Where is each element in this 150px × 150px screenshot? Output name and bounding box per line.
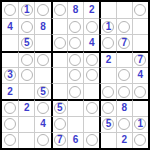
cell-r3c6[interactable]: 4 <box>83 34 99 50</box>
cell-r3c2[interactable]: 5 <box>18 34 34 50</box>
odd-circle: 3 <box>4 69 16 81</box>
odd-circle <box>134 86 146 98</box>
odd-circle <box>118 86 130 98</box>
odd-circle <box>69 69 81 81</box>
cell-r5c8[interactable] <box>116 67 132 83</box>
cell-r7c8[interactable]: 8 <box>116 99 132 115</box>
odd-circle: 5 <box>102 118 114 130</box>
given-digit: 2 <box>89 5 95 15</box>
cell-r3c7[interactable] <box>99 34 115 50</box>
cell-r7c6[interactable] <box>83 99 99 115</box>
cell-r5c2[interactable] <box>18 67 34 83</box>
cell-r7c4[interactable]: 5 <box>51 99 67 115</box>
cell-r7c2[interactable]: 2 <box>18 99 34 115</box>
odd-circle <box>4 102 16 114</box>
cell-r6c7[interactable] <box>99 83 115 99</box>
odd-circle: 5 <box>54 102 66 114</box>
odd-circle <box>134 134 146 146</box>
given-digit: 8 <box>121 103 127 113</box>
given-digit: 4 <box>7 22 13 32</box>
cell-r8c5[interactable] <box>67 116 83 132</box>
cell-r5c3[interactable] <box>34 67 50 83</box>
cell-r4c6[interactable] <box>83 51 99 67</box>
cell-r1c6[interactable]: 2 <box>83 2 99 18</box>
odd-circle <box>37 134 49 146</box>
cell-r2c2[interactable] <box>18 18 34 34</box>
cell-r2c3[interactable]: 8 <box>34 18 50 34</box>
odd-circle <box>37 4 49 16</box>
given-digit: 2 <box>106 55 112 65</box>
odd-circle <box>102 37 114 49</box>
given-digit: 8 <box>73 5 79 15</box>
odd-circle <box>21 69 33 81</box>
cell-r1c8[interactable] <box>116 2 132 18</box>
cell-r2c5[interactable] <box>67 18 83 34</box>
cell-r3c1[interactable] <box>2 34 18 50</box>
odd-circle <box>134 4 146 16</box>
odd-circle <box>86 54 98 66</box>
given-digit: 4 <box>138 70 144 80</box>
cell-r2c4[interactable] <box>51 18 67 34</box>
cell-r9c1[interactable] <box>2 132 18 148</box>
given-digit: 4 <box>40 119 46 129</box>
cell-r6c1[interactable]: 2 <box>2 83 18 99</box>
cell-r8c8[interactable] <box>116 116 132 132</box>
cell-r1c1[interactable] <box>2 2 18 18</box>
odd-circle: 7 <box>54 134 66 146</box>
odd-circle: 1 <box>102 21 114 33</box>
cell-r2c1[interactable]: 4 <box>2 18 18 34</box>
cell-r3c8[interactable]: 7 <box>116 34 132 50</box>
cell-r2c9[interactable] <box>132 18 148 34</box>
cell-r4c1[interactable] <box>2 51 18 67</box>
cell-r9c8[interactable]: 2 <box>116 132 132 148</box>
cell-r8c6[interactable] <box>83 116 99 132</box>
odd-circle <box>118 69 130 81</box>
cell-r4c4[interactable] <box>51 51 67 67</box>
cell-r7c1[interactable] <box>2 99 18 115</box>
odd-circle <box>69 21 81 33</box>
cell-r3c3[interactable] <box>34 34 50 50</box>
given-digit: 2 <box>7 87 13 97</box>
cell-r2c7[interactable]: 1 <box>99 18 115 34</box>
odd-circle <box>21 21 33 33</box>
cell-r5c1[interactable]: 3 <box>2 67 18 83</box>
odd-circle: 5 <box>37 86 49 98</box>
cell-r9c2[interactable] <box>18 132 34 148</box>
given-digit: 5 <box>24 38 30 48</box>
cell-r3c4[interactable] <box>51 34 67 50</box>
given-digit: 2 <box>121 135 127 145</box>
cell-r2c6[interactable] <box>83 18 99 34</box>
cell-r1c9[interactable] <box>132 2 148 18</box>
given-digit: 4 <box>89 38 95 48</box>
given-digit: 5 <box>106 119 112 129</box>
cell-r6c6[interactable] <box>83 83 99 99</box>
cell-r7c3[interactable] <box>34 99 50 115</box>
odd-circle <box>54 4 66 16</box>
odd-circle: 7 <box>118 37 130 49</box>
cell-r1c7[interactable] <box>99 2 115 18</box>
odd-circle <box>86 134 98 146</box>
odd-circle <box>86 69 98 81</box>
odd-circle: 7 <box>134 54 146 66</box>
cell-r8c7[interactable]: 5 <box>99 116 115 132</box>
odd-circle: 1 <box>21 4 33 16</box>
cell-r4c7[interactable]: 2 <box>99 51 115 67</box>
cell-r5c7[interactable] <box>99 67 115 83</box>
odd-circle <box>54 118 66 130</box>
given-digit: 6 <box>73 135 79 145</box>
odd-circle <box>4 118 16 130</box>
odd-circle: 5 <box>21 37 33 49</box>
cell-r5c4[interactable] <box>51 67 67 83</box>
odd-circle <box>69 86 81 98</box>
cell-r8c3[interactable]: 4 <box>34 116 50 132</box>
odd-circle <box>4 4 16 16</box>
cell-r6c3[interactable]: 5 <box>34 83 50 99</box>
odd-circle <box>102 102 114 114</box>
cell-r3c5[interactable] <box>67 34 83 50</box>
cell-r9c6[interactable] <box>83 132 99 148</box>
odd-circle <box>86 102 98 114</box>
given-digit: 7 <box>57 135 63 145</box>
cell-r9c4[interactable]: 7 <box>51 132 67 148</box>
cell-r4c2[interactable] <box>18 51 34 67</box>
cell-r9c5[interactable]: 6 <box>67 132 83 148</box>
cell-r4c9[interactable]: 7 <box>132 51 148 67</box>
cell-r1c5[interactable]: 8 <box>67 2 83 18</box>
odd-circle <box>118 21 130 33</box>
cell-r6c5[interactable] <box>67 83 83 99</box>
cell-r8c4[interactable] <box>51 116 67 132</box>
cell-r9c3[interactable] <box>34 132 50 148</box>
cell-r8c9[interactable]: 1 <box>132 116 148 132</box>
odd-circle <box>69 37 81 49</box>
cell-r4c3[interactable] <box>34 51 50 67</box>
given-digit: 1 <box>106 22 112 32</box>
odd-circle <box>21 54 33 66</box>
cell-r6c4[interactable] <box>51 83 67 99</box>
cell-r7c5[interactable] <box>67 99 83 115</box>
cell-r9c7[interactable] <box>99 132 115 148</box>
odd-circle <box>54 37 66 49</box>
cell-r1c3[interactable] <box>34 2 50 18</box>
cell-r5c5[interactable] <box>67 67 83 83</box>
cell-r4c8[interactable] <box>116 51 132 67</box>
cell-r2c8[interactable] <box>116 18 132 34</box>
cell-r5c9[interactable]: 4 <box>132 67 148 83</box>
cell-r3c9[interactable] <box>132 34 148 50</box>
given-digit: 3 <box>7 70 13 80</box>
given-digit: 7 <box>121 38 127 48</box>
cell-r8c2[interactable] <box>18 116 34 132</box>
given-digit: 8 <box>40 22 46 32</box>
cell-r1c2[interactable]: 1 <box>18 2 34 18</box>
given-digit: 2 <box>24 103 30 113</box>
odd-circle <box>4 134 16 146</box>
odd-circle <box>69 54 81 66</box>
cell-r5c6[interactable] <box>83 67 99 83</box>
cell-r9c9[interactable] <box>132 132 148 148</box>
odd-circle: 1 <box>134 118 146 130</box>
cell-r8c1[interactable] <box>2 116 18 132</box>
cell-r1c4[interactable] <box>51 2 67 18</box>
odd-circle <box>37 102 49 114</box>
given-digit: 5 <box>57 103 63 113</box>
given-digit: 7 <box>138 55 144 65</box>
cell-r6c9[interactable] <box>132 83 148 99</box>
given-digit: 5 <box>40 87 46 97</box>
cell-r6c2[interactable] <box>18 83 34 99</box>
odd-circle <box>118 118 130 130</box>
odd-circle <box>102 86 114 98</box>
sudoku-board: 182481547273425258451762 <box>0 0 150 150</box>
given-digit: 1 <box>24 5 30 15</box>
given-digit: 1 <box>138 119 144 129</box>
cell-r7c7[interactable] <box>99 99 115 115</box>
odd-circle <box>86 21 98 33</box>
odd-circle <box>37 54 49 66</box>
cell-r7c9[interactable] <box>132 99 148 115</box>
cell-r4c5[interactable] <box>67 51 83 67</box>
cell-r6c8[interactable] <box>116 83 132 99</box>
